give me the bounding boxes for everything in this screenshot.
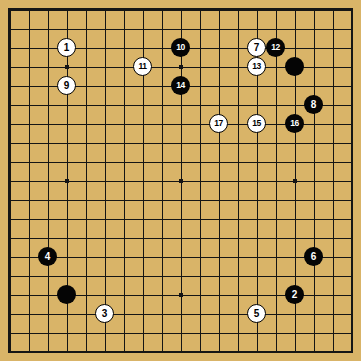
stone-12[interactable]: 12 (266, 38, 285, 57)
stone-13[interactable]: 13 (247, 57, 266, 76)
stone-9[interactable]: 9 (57, 76, 76, 95)
stone-8[interactable]: 8 (304, 95, 323, 114)
go-board[interactable]: 1234567891011121314151617 (0, 0, 361, 361)
stone-10[interactable]: 10 (171, 38, 190, 57)
stone-1[interactable]: 1 (57, 38, 76, 57)
stone-11[interactable]: 11 (133, 57, 152, 76)
stone-layer: 1234567891011121314151617 (0, 0, 361, 361)
stone-2[interactable]: 2 (285, 285, 304, 304)
handicap-stone-q16[interactable] (285, 57, 304, 76)
stone-14[interactable]: 14 (171, 76, 190, 95)
stone-16[interactable]: 16 (285, 114, 304, 133)
stone-6[interactable]: 6 (304, 247, 323, 266)
stone-7[interactable]: 7 (247, 38, 266, 57)
stone-17[interactable]: 17 (209, 114, 228, 133)
stone-5[interactable]: 5 (247, 304, 266, 323)
stone-15[interactable]: 15 (247, 114, 266, 133)
stone-4[interactable]: 4 (38, 247, 57, 266)
stone-3[interactable]: 3 (95, 304, 114, 323)
handicap-stone-d4[interactable] (57, 285, 76, 304)
